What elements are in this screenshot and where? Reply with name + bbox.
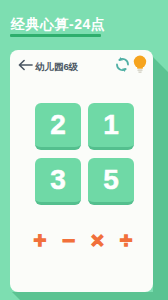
lightbulb-icon bbox=[133, 55, 147, 77]
number-grid: 2 1 3 5 bbox=[35, 103, 134, 205]
page-title: 经典心算-24点 bbox=[11, 16, 105, 34]
refresh-button[interactable] bbox=[112, 56, 132, 76]
operator-divide-button[interactable]: ÷ bbox=[114, 228, 138, 254]
operator-plus-button[interactable]: + bbox=[28, 228, 52, 254]
operator-row: + − × ÷ bbox=[28, 228, 138, 254]
number-tile-4[interactable]: 5 bbox=[88, 158, 134, 205]
back-arrow-icon bbox=[18, 59, 33, 74]
title-underline bbox=[10, 34, 101, 37]
operator-multiply-button[interactable]: × bbox=[85, 228, 109, 254]
screen: 经典心算-24点 幼儿园6级 bbox=[0, 0, 168, 300]
number-tile-1[interactable]: 2 bbox=[35, 103, 81, 150]
level-label: 幼儿园6级 bbox=[35, 61, 78, 74]
hint-button[interactable] bbox=[131, 55, 149, 76]
back-button[interactable] bbox=[15, 58, 35, 75]
operator-minus-button[interactable]: − bbox=[57, 228, 81, 254]
game-card: 幼儿园6级 bbox=[10, 50, 153, 292]
refresh-icon bbox=[114, 56, 131, 76]
number-tile-3[interactable]: 3 bbox=[35, 158, 81, 205]
number-tile-2[interactable]: 1 bbox=[88, 103, 134, 150]
